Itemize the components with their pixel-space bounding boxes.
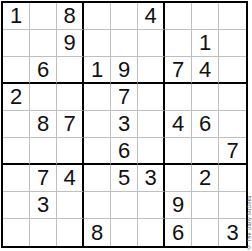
cell-r6c7[interactable] — [165, 138, 192, 165]
cell-r6c5[interactable]: 6 — [111, 138, 138, 165]
cell-r5c1[interactable] — [3, 111, 30, 138]
cell-r2c7[interactable] — [165, 30, 192, 57]
cell-r7c8[interactable]: 2 — [192, 165, 219, 192]
cell-r8c5[interactable] — [111, 192, 138, 219]
cell-r9c7[interactable]: 6 — [165, 219, 192, 246]
cell-r2c9[interactable] — [219, 30, 246, 57]
cell-r7c6[interactable]: 3 — [138, 165, 165, 192]
cell-r1c1[interactable]: 1 — [3, 3, 30, 30]
copyright-watermark: © The Daily SuDoku — [244, 100, 252, 250]
cell-r3c2[interactable]: 6 — [30, 57, 57, 84]
cell-r3c5[interactable]: 9 — [111, 57, 138, 84]
cell-r1c2[interactable] — [30, 3, 57, 30]
cell-r8c3[interactable] — [57, 192, 84, 219]
cell-r2c3[interactable]: 9 — [57, 30, 84, 57]
cell-r4c3[interactable] — [57, 84, 84, 111]
cell-r9c3[interactable] — [57, 219, 84, 246]
cell-r9c5[interactable] — [111, 219, 138, 246]
sudoku-board: 18491619742787346677453239863 — [1, 1, 248, 248]
cell-r5c9[interactable] — [219, 111, 246, 138]
cell-r9c9[interactable]: 3 — [219, 219, 246, 246]
cell-r1c8[interactable] — [192, 3, 219, 30]
cell-r8c8[interactable] — [192, 192, 219, 219]
cell-r2c2[interactable] — [30, 30, 57, 57]
cell-r2c8[interactable]: 1 — [192, 30, 219, 57]
sudoku-page: 18491619742787346677453239863 © The Dail… — [0, 0, 252, 251]
cell-r5c2[interactable]: 8 — [30, 111, 57, 138]
cell-r1c4[interactable] — [84, 3, 111, 30]
cell-r9c8[interactable] — [192, 219, 219, 246]
cell-r7c5[interactable]: 5 — [111, 165, 138, 192]
cell-r2c6[interactable] — [138, 30, 165, 57]
cell-r5c5[interactable]: 3 — [111, 111, 138, 138]
cell-r3c6[interactable] — [138, 57, 165, 84]
cell-r4c9[interactable] — [219, 84, 246, 111]
cell-r6c4[interactable] — [84, 138, 111, 165]
cell-r5c8[interactable]: 6 — [192, 111, 219, 138]
cell-r4c6[interactable] — [138, 84, 165, 111]
cell-r7c7[interactable] — [165, 165, 192, 192]
cell-r8c4[interactable] — [84, 192, 111, 219]
cell-r2c5[interactable] — [111, 30, 138, 57]
cell-r8c6[interactable] — [138, 192, 165, 219]
cell-r5c3[interactable]: 7 — [57, 111, 84, 138]
cell-r6c2[interactable] — [30, 138, 57, 165]
cell-r4c1[interactable]: 2 — [3, 84, 30, 111]
cell-r6c1[interactable] — [3, 138, 30, 165]
cell-r8c9[interactable] — [219, 192, 246, 219]
cell-r6c6[interactable] — [138, 138, 165, 165]
cell-r7c2[interactable]: 7 — [30, 165, 57, 192]
cell-r8c2[interactable]: 3 — [30, 192, 57, 219]
cell-r4c5[interactable]: 7 — [111, 84, 138, 111]
cell-r7c9[interactable] — [219, 165, 246, 192]
cell-r3c3[interactable] — [57, 57, 84, 84]
cell-r7c3[interactable]: 4 — [57, 165, 84, 192]
cell-r1c9[interactable] — [219, 3, 246, 30]
cell-r9c4[interactable]: 8 — [84, 219, 111, 246]
cell-r8c7[interactable]: 9 — [165, 192, 192, 219]
cell-r5c7[interactable]: 4 — [165, 111, 192, 138]
cell-r3c9[interactable] — [219, 57, 246, 84]
cell-r8c1[interactable] — [3, 192, 30, 219]
cell-r7c4[interactable] — [84, 165, 111, 192]
cell-r1c6[interactable]: 4 — [138, 3, 165, 30]
cell-r4c7[interactable] — [165, 84, 192, 111]
cell-r6c8[interactable] — [192, 138, 219, 165]
cell-r6c3[interactable] — [57, 138, 84, 165]
cell-r6c9[interactable]: 7 — [219, 138, 246, 165]
cell-r9c2[interactable] — [30, 219, 57, 246]
cell-r1c5[interactable] — [111, 3, 138, 30]
cell-r2c4[interactable] — [84, 30, 111, 57]
cell-r7c1[interactable] — [3, 165, 30, 192]
cell-r3c1[interactable] — [3, 57, 30, 84]
cell-r9c6[interactable] — [138, 219, 165, 246]
cell-r3c8[interactable]: 4 — [192, 57, 219, 84]
cell-r5c6[interactable] — [138, 111, 165, 138]
cell-r9c1[interactable] — [3, 219, 30, 246]
cell-r5c4[interactable] — [84, 111, 111, 138]
cell-r4c8[interactable] — [192, 84, 219, 111]
cell-r4c2[interactable] — [30, 84, 57, 111]
cell-r4c4[interactable] — [84, 84, 111, 111]
cell-r1c7[interactable] — [165, 3, 192, 30]
cell-r2c1[interactable] — [3, 30, 30, 57]
cell-r3c7[interactable]: 7 — [165, 57, 192, 84]
cell-r1c3[interactable]: 8 — [57, 3, 84, 30]
cell-r3c4[interactable]: 1 — [84, 57, 111, 84]
